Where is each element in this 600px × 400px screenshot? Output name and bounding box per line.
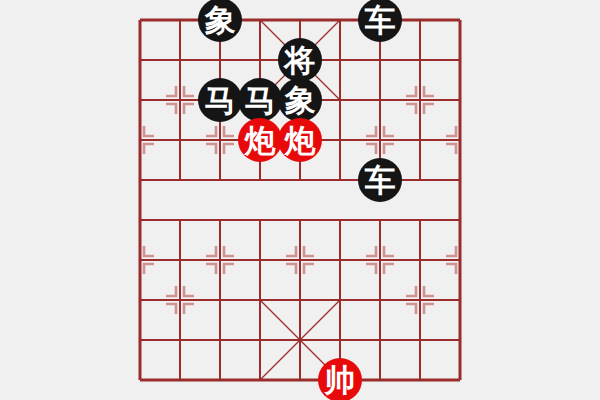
piece-black-chariot[interactable]: 车 <box>358 0 402 42</box>
piece-black-elephant[interactable]: 象 <box>278 78 322 122</box>
piece-grid: 象车将马马象炮炮车帅 <box>120 0 480 400</box>
piece-red-cannon[interactable]: 炮 <box>238 118 282 162</box>
piece-black-general[interactable]: 将 <box>278 38 322 82</box>
piece-black-horse[interactable]: 马 <box>198 78 242 122</box>
piece-black-elephant[interactable]: 象 <box>198 0 242 42</box>
piece-black-chariot[interactable]: 车 <box>358 158 402 202</box>
piece-red-cannon[interactable]: 炮 <box>278 118 322 162</box>
xiangqi-board: 象车将马马象炮炮车帅 <box>0 0 600 400</box>
piece-red-general[interactable]: 帅 <box>318 358 362 400</box>
piece-black-horse[interactable]: 马 <box>238 78 282 122</box>
